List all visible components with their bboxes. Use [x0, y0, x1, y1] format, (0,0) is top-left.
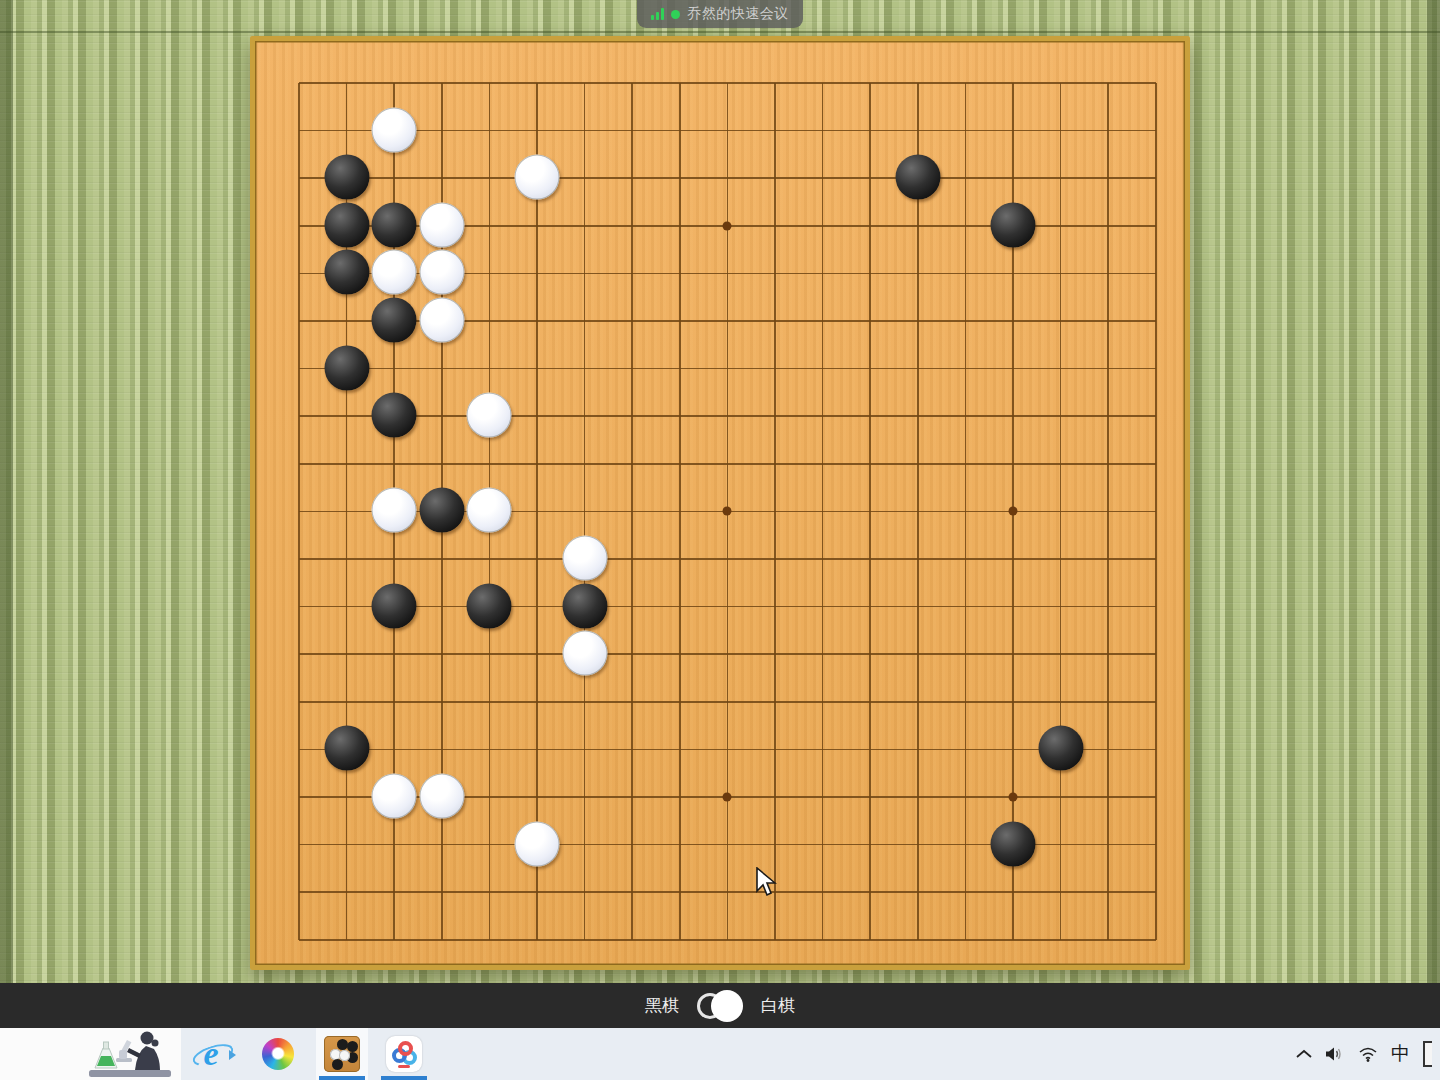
white-stone	[372, 774, 417, 819]
black-stone	[895, 155, 940, 200]
mini-go-board-icon	[324, 1036, 360, 1072]
internet-explorer-button[interactable]: e	[185, 1028, 237, 1080]
three-rings-app-button[interactable]	[378, 1028, 430, 1080]
white-stone	[419, 202, 464, 247]
black-stone	[991, 202, 1036, 247]
rainbow-swirl-icon	[262, 1038, 294, 1070]
turn-toggle[interactable]	[697, 990, 743, 1022]
black-stone	[324, 250, 369, 295]
black-stone	[991, 821, 1036, 866]
star-point	[723, 221, 732, 230]
running-indicator	[319, 1076, 365, 1080]
scientist-illustration-tile[interactable]	[0, 1028, 181, 1080]
black-stone	[1038, 726, 1083, 771]
rainbow-browser-button[interactable]	[252, 1028, 304, 1080]
partial-keyboard-icon[interactable]	[1423, 1041, 1432, 1067]
black-stone	[372, 583, 417, 628]
star-point	[723, 793, 732, 802]
three-rings-icon	[386, 1036, 422, 1072]
taskbar: e	[0, 1028, 1440, 1080]
star-point	[723, 507, 732, 516]
black-stone	[324, 726, 369, 771]
signal-bars-icon	[651, 8, 664, 20]
go-app-button[interactable]	[316, 1028, 368, 1080]
meeting-banner[interactable]: 乔然的快速会议	[637, 0, 803, 28]
green-status-dot-icon	[671, 10, 680, 19]
go-board[interactable]	[250, 36, 1190, 970]
white-stone	[372, 107, 417, 152]
black-stone	[324, 155, 369, 200]
star-point	[1009, 507, 1018, 516]
white-stone	[467, 488, 512, 533]
ie-flyout-caret-icon	[229, 1050, 236, 1060]
white-stone	[515, 155, 560, 200]
meeting-title: 乔然的快速会议	[687, 5, 789, 23]
white-stone	[372, 250, 417, 295]
black-stone	[372, 393, 417, 438]
black-stone	[324, 202, 369, 247]
running-indicator	[381, 1076, 427, 1080]
mat-seam	[0, 31, 1440, 33]
toggle-knob-icon	[711, 990, 743, 1022]
black-stone	[419, 488, 464, 533]
white-stone	[419, 250, 464, 295]
go-board-grid	[299, 83, 1156, 940]
white-stone	[372, 488, 417, 533]
internet-explorer-icon: e	[194, 1037, 228, 1071]
white-stone	[419, 774, 464, 819]
white-stone	[515, 821, 560, 866]
wifi-icon[interactable]	[1358, 1046, 1378, 1062]
white-stone	[562, 536, 607, 581]
white-stone	[419, 298, 464, 343]
scientist-with-microscope-flask-icon	[83, 1028, 179, 1080]
black-stone	[562, 583, 607, 628]
white-stone	[562, 631, 607, 676]
volume-icon[interactable]	[1325, 1046, 1345, 1062]
white-stone-label: 白棋	[761, 994, 795, 1017]
black-stone	[467, 583, 512, 628]
chevron-up-icon[interactable]	[1296, 1049, 1312, 1059]
white-stone	[467, 393, 512, 438]
desktop: 乔然的快速会议 黑棋 白棋	[0, 0, 1440, 1080]
ime-language-indicator[interactable]: 中	[1391, 1041, 1410, 1067]
star-point	[1009, 793, 1018, 802]
system-tray: 中	[1296, 1028, 1432, 1080]
black-stone	[372, 298, 417, 343]
black-stone-label: 黑棋	[645, 994, 679, 1017]
black-stone	[324, 345, 369, 390]
turn-bar: 黑棋 白棋	[0, 983, 1440, 1028]
mouse-cursor	[755, 867, 777, 897]
black-stone	[372, 202, 417, 247]
